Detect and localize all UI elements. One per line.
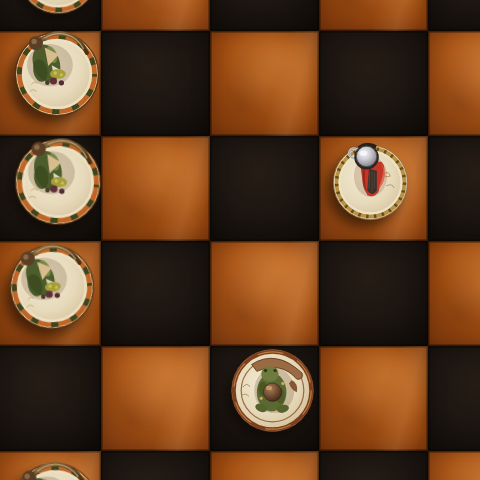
square-r4c4[interactable] [428,346,480,451]
square-r4c0[interactable] [0,346,101,451]
square-r0c2[interactable] [210,0,319,31]
square-r1c4[interactable] [428,31,480,136]
square-r0c1[interactable] [101,0,210,31]
square-r5c1[interactable] [101,451,210,480]
square-r1c2[interactable] [210,31,319,136]
square-r4c3[interactable] [319,346,428,451]
green-figure-piece-art [13,30,101,118]
square-r3c1[interactable] [101,241,210,346]
square-r1c1[interactable] [101,31,210,136]
square-r5c2[interactable] [210,451,319,480]
square-r3c3[interactable] [319,241,428,346]
green-figure-piece-art [10,134,106,230]
square-r1c3[interactable] [319,31,428,136]
chess-board [0,0,480,480]
red-figure-piece-art [331,143,410,222]
green-piece-1[interactable] [13,30,101,118]
square-r2c2[interactable] [210,136,319,241]
square-r3c2[interactable] [210,241,319,346]
square-r2c1[interactable] [101,136,210,241]
green-piece-2[interactable] [10,134,106,230]
frog-figure-piece-art [229,347,316,434]
green-piece-3[interactable] [4,239,101,336]
frog-piece[interactable] [229,347,316,434]
green-figure-piece-art [4,239,101,336]
square-r4c1[interactable] [101,346,210,451]
red-piece[interactable] [331,143,410,222]
square-r5c3[interactable] [319,451,428,480]
square-r5c4[interactable] [428,451,480,480]
square-r0c4[interactable] [428,0,480,31]
square-r0c3[interactable] [319,0,428,31]
square-r3c4[interactable] [428,241,480,346]
square-r2c4[interactable] [428,136,480,241]
